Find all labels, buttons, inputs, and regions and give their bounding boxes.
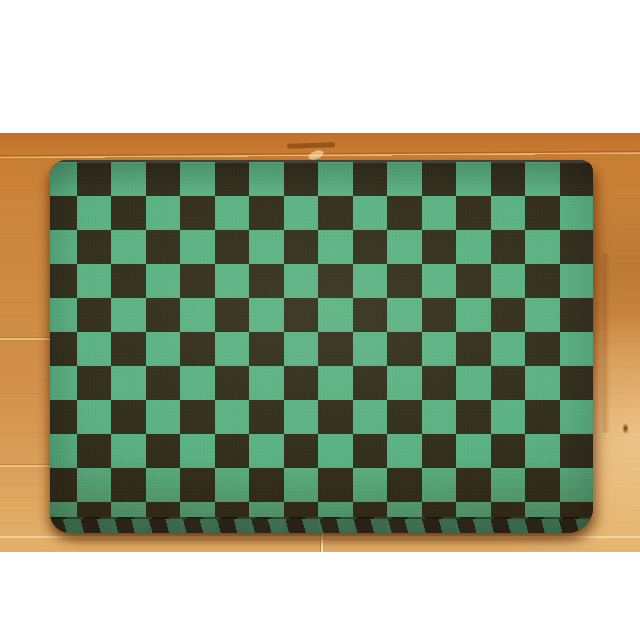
fabric-cell-black <box>353 298 388 332</box>
fabric-cell-green <box>146 400 181 434</box>
fabric-cell-green <box>387 230 422 264</box>
fabric-cell-black <box>318 264 353 298</box>
fabric-cell-green <box>215 332 250 366</box>
fabric-cell-black <box>111 264 146 298</box>
fabric-cell-black <box>491 434 526 468</box>
screenshot-canvas <box>0 0 640 640</box>
fabric-cell-black <box>284 298 319 332</box>
fabric-cell-black <box>422 366 457 400</box>
fabric-cell-green <box>456 434 491 468</box>
fabric-cell-green <box>146 332 181 366</box>
fabric-cell-green <box>491 468 526 502</box>
fabric-cell-green <box>111 434 146 468</box>
fabric-cell-green <box>387 366 422 400</box>
fabric-cell-black <box>284 434 319 468</box>
photo <box>0 133 640 552</box>
fabric-cell-black <box>284 162 319 196</box>
fabric-cell-black <box>525 196 560 230</box>
fabric-cell-black <box>491 366 526 400</box>
fabric-cell-green <box>318 162 353 196</box>
fabric-cell-green <box>456 230 491 264</box>
fabric-cell-green <box>491 332 526 366</box>
fabric-cell-green <box>249 162 284 196</box>
fabric-cell-black <box>50 468 77 502</box>
fabric-cell-black <box>180 196 215 230</box>
fabric-cell-green <box>353 332 388 366</box>
plank-groove-left <box>0 464 56 467</box>
fabric-cell-black <box>146 298 181 332</box>
fabric-cell-black <box>146 366 181 400</box>
fabric-cell-black <box>318 196 353 230</box>
fabric-cell-black <box>560 298 594 332</box>
fabric-cell-black <box>77 366 112 400</box>
fabric-cell-green <box>215 400 250 434</box>
fabric-cell-black <box>387 468 422 502</box>
fabric-cell-black <box>249 196 284 230</box>
fabric-cell-green <box>284 332 319 366</box>
fabric-cell-green <box>111 298 146 332</box>
fabric-cell-black <box>180 400 215 434</box>
fabric-cell-green <box>215 468 250 502</box>
fabric-cell-green <box>249 366 284 400</box>
fabric-cell-green <box>387 162 422 196</box>
fabric-cell-green <box>387 434 422 468</box>
fabric-cell-black <box>77 298 112 332</box>
checker-grid <box>50 162 593 533</box>
letterbox-top <box>0 0 640 133</box>
fabric-cell-black <box>215 366 250 400</box>
fabric-cell-green <box>318 366 353 400</box>
fabric-cell-green <box>180 298 215 332</box>
fabric-cell-black <box>180 264 215 298</box>
fabric-cell-green <box>525 434 560 468</box>
fabric-cell-black <box>318 468 353 502</box>
fabric-cell-black <box>387 400 422 434</box>
fabric-cell-black <box>353 162 388 196</box>
fabric-cell-black <box>146 434 181 468</box>
fabric-cell-green <box>111 230 146 264</box>
fabric-cell-green <box>422 264 457 298</box>
fabric-bottom-fold <box>50 517 593 533</box>
fabric-cell-green <box>77 264 112 298</box>
fabric-cell-green <box>215 264 250 298</box>
checkered-fabric <box>50 160 593 533</box>
fabric-cell-black <box>50 196 77 230</box>
fabric-cell-black <box>387 264 422 298</box>
fabric-cell-green <box>284 196 319 230</box>
fabric-cell-black <box>456 196 491 230</box>
fabric-cell-black <box>249 468 284 502</box>
fabric-cell-green <box>560 468 594 502</box>
fabric-cell-green <box>353 400 388 434</box>
fabric-cell-green <box>50 434 77 468</box>
plank-groove-left <box>0 337 54 340</box>
fabric-cell-green <box>249 298 284 332</box>
fabric-cell-black <box>111 332 146 366</box>
fabric-cell-black <box>215 230 250 264</box>
fabric-cell-green <box>284 264 319 298</box>
fabric-cell-green <box>50 162 77 196</box>
fabric-cell-black <box>215 298 250 332</box>
fabric-cell-black <box>77 162 112 196</box>
fabric-cell-green <box>50 298 77 332</box>
fabric-cell-black <box>422 162 457 196</box>
fabric-cell-black <box>318 400 353 434</box>
fabric-cell-green <box>353 264 388 298</box>
fabric-cell-green <box>353 468 388 502</box>
fabric-cell-green <box>180 230 215 264</box>
fabric-cell-green <box>318 298 353 332</box>
fabric-cell-black <box>249 264 284 298</box>
fabric-cell-green <box>491 400 526 434</box>
fabric-cell-green <box>146 196 181 230</box>
fabric-cell-green <box>525 230 560 264</box>
fabric-cell-black <box>50 332 77 366</box>
fabric-cell-black <box>50 400 77 434</box>
letterbox-bottom <box>0 552 640 640</box>
fabric-cell-black <box>560 230 594 264</box>
plank-groove-dash <box>287 142 335 149</box>
fabric-cell-green <box>525 366 560 400</box>
fabric-cell-black <box>422 434 457 468</box>
fabric-cell-green <box>77 400 112 434</box>
fabric-top-fold-highlight <box>50 160 593 163</box>
wood-grain-streak <box>600 253 610 433</box>
fabric-cell-green <box>111 366 146 400</box>
fabric-cell-green <box>422 196 457 230</box>
fabric-cell-green <box>560 332 594 366</box>
fabric-cell-black <box>353 230 388 264</box>
fabric-cell-green <box>215 196 250 230</box>
fabric-cell-green <box>353 196 388 230</box>
fabric-cell-black <box>560 434 594 468</box>
fabric-cell-black <box>50 264 77 298</box>
fabric-cell-black <box>180 468 215 502</box>
fabric-cell-black <box>456 332 491 366</box>
fabric-cell-black <box>456 264 491 298</box>
fabric-cell-black <box>111 400 146 434</box>
fabric-cell-black <box>387 332 422 366</box>
fabric-cell-black <box>422 298 457 332</box>
fabric-cell-green <box>249 230 284 264</box>
fabric-cell-green <box>180 434 215 468</box>
fabric-cell-green <box>422 400 457 434</box>
fabric-cell-green <box>77 468 112 502</box>
fabric-cell-green <box>387 298 422 332</box>
fabric-cell-black <box>525 468 560 502</box>
fabric-cell-black <box>249 400 284 434</box>
fabric-cell-green <box>249 434 284 468</box>
fabric-cell-black <box>318 332 353 366</box>
fabric-cell-black <box>215 434 250 468</box>
fabric-cell-black <box>180 332 215 366</box>
fabric-cell-black <box>491 298 526 332</box>
fabric-cell-black <box>77 230 112 264</box>
fabric-cell-green <box>422 332 457 366</box>
fabric-cell-black <box>456 400 491 434</box>
fabric-cell-green <box>284 400 319 434</box>
fabric-cell-green <box>456 298 491 332</box>
fabric-cell-black <box>491 162 526 196</box>
fabric-cell-black <box>525 264 560 298</box>
fabric-cell-black <box>456 468 491 502</box>
fabric-cell-green <box>525 162 560 196</box>
fabric-cell-green <box>560 400 594 434</box>
fabric-cell-green <box>146 468 181 502</box>
fabric-cell-black <box>284 230 319 264</box>
fabric-cell-black <box>491 230 526 264</box>
fabric-cell-green <box>491 196 526 230</box>
fabric-cell-black <box>560 366 594 400</box>
fabric-cell-black <box>146 230 181 264</box>
plank-edge-highlight <box>0 536 640 538</box>
fabric-cell-green <box>180 366 215 400</box>
fabric-cell-black <box>215 162 250 196</box>
fabric-cell-green <box>146 264 181 298</box>
fabric-cell-green <box>560 264 594 298</box>
fabric-cell-green <box>50 230 77 264</box>
fabric-cell-green <box>77 332 112 366</box>
fabric-cell-green <box>560 196 594 230</box>
fabric-cell-black <box>353 434 388 468</box>
wood-knot <box>622 423 629 434</box>
fabric-cell-black <box>111 468 146 502</box>
fabric-cell-green <box>318 434 353 468</box>
fabric-cell-green <box>111 162 146 196</box>
fabric-cell-green <box>180 162 215 196</box>
fabric-cell-black <box>284 366 319 400</box>
fabric-cell-green <box>318 230 353 264</box>
fabric-cell-green <box>525 298 560 332</box>
fabric-cell-green <box>77 196 112 230</box>
fabric-cell-green <box>491 264 526 298</box>
fabric-cell-green <box>456 366 491 400</box>
fabric-cell-green <box>422 468 457 502</box>
fabric-cell-black <box>525 332 560 366</box>
fabric-cell-black <box>387 196 422 230</box>
fabric-cell-black <box>422 230 457 264</box>
fabric-cell-black <box>560 162 594 196</box>
fabric-cell-green <box>456 162 491 196</box>
fabric-cell-black <box>525 400 560 434</box>
fabric-cell-black <box>77 434 112 468</box>
fabric-cell-black <box>146 162 181 196</box>
fabric-cell-black <box>249 332 284 366</box>
fabric-cell-green <box>284 468 319 502</box>
fabric-cell-black <box>353 366 388 400</box>
fabric-cell-black <box>111 196 146 230</box>
fabric-cell-green <box>50 366 77 400</box>
